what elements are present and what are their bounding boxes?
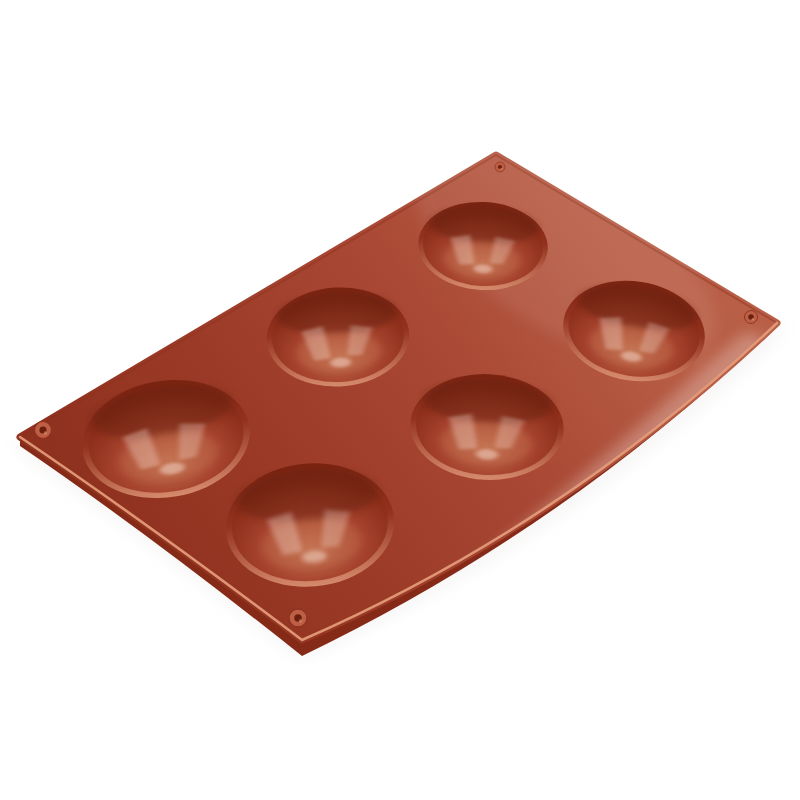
product-photo [0, 0, 800, 800]
corner-hole-right [745, 311, 758, 324]
corner-hole-bottom [289, 609, 307, 627]
corner-hole-left [35, 422, 52, 439]
photo-stage [0, 0, 800, 800]
corner-hole-top [495, 162, 505, 172]
